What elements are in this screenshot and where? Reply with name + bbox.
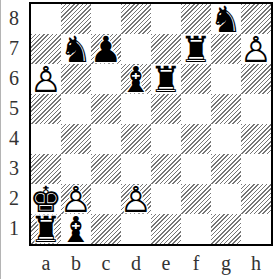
square-c7[interactable]: ♟♟ [91,34,121,64]
square-h3[interactable] [241,154,271,184]
square-g4[interactable] [211,124,241,154]
square-e3[interactable] [151,154,181,184]
square-f7[interactable]: ♜♜ [181,34,211,64]
chess-piece-black-pawn[interactable]: ♟♟ [91,34,121,64]
square-h1[interactable] [241,214,271,244]
chess-piece-black-bishop[interactable]: ♝♝ [61,214,91,244]
square-h2[interactable] [241,184,271,214]
black-rook-icon: ♜ [181,35,211,65]
square-f5[interactable] [181,94,211,124]
square-b7[interactable]: ♞♞ [61,34,91,64]
square-e6[interactable]: ♜♜ [151,64,181,94]
square-e2[interactable] [151,184,181,214]
black-bishop-icon: ♝ [61,215,91,245]
square-d2[interactable]: ♟♙ [121,184,151,214]
square-g2[interactable] [211,184,241,214]
white-pawn-icon: ♙ [31,65,61,95]
rank-label-4: 4 [0,124,28,154]
rank-label-2: 2 [0,184,28,214]
chess-piece-black-knight[interactable]: ♞♞ [61,34,91,64]
chess-board: ♞♞♞♞♟♟♜♜♟♙♟♙♝♝♜♜♚♚♟♙♟♙♜♜♝♝ [29,2,273,246]
board-grid: ♞♞♞♞♟♟♜♜♟♙♟♙♝♝♜♜♚♚♟♙♟♙♜♜♝♝ [31,4,271,244]
chess-piece-black-knight[interactable]: ♞♞ [211,4,241,34]
black-rook-icon: ♜ [31,215,61,245]
chess-diagram: 87654321 ♞♞♞♞♟♟♜♜♟♙♟♙♝♝♜♜♚♚♟♙♟♙♜♜♝♝ abcd… [0,0,279,279]
chess-piece-black-bishop[interactable]: ♝♝ [121,64,151,94]
square-a8[interactable] [31,4,61,34]
square-h7[interactable]: ♟♙ [241,34,271,64]
file-label-f: f [181,248,211,278]
file-label-b: b [61,248,91,278]
black-rook-icon: ♜ [151,65,181,95]
square-b5[interactable] [61,94,91,124]
square-e1[interactable] [151,214,181,244]
chess-piece-black-rook[interactable]: ♜♜ [31,214,61,244]
black-knight-icon: ♞ [61,35,91,65]
square-c2[interactable] [91,184,121,214]
black-knight-icon: ♞ [211,5,241,35]
chess-piece-black-rook[interactable]: ♜♜ [151,64,181,94]
square-a6[interactable]: ♟♙ [31,64,61,94]
square-c3[interactable] [91,154,121,184]
chess-piece-black-rook[interactable]: ♜♜ [181,34,211,64]
square-h4[interactable] [241,124,271,154]
square-h5[interactable] [241,94,271,124]
file-label-h: h [241,248,271,278]
square-d4[interactable] [121,124,151,154]
rank-labels: 87654321 [0,4,28,244]
square-d8[interactable] [121,4,151,34]
white-pawn-icon: ♙ [241,35,271,65]
black-bishop-icon: ♝ [121,65,151,95]
chess-piece-white-pawn[interactable]: ♟♙ [241,34,271,64]
rank-label-1: 1 [0,214,28,244]
square-f3[interactable] [181,154,211,184]
square-g1[interactable] [211,214,241,244]
square-f1[interactable] [181,214,211,244]
rank-label-5: 5 [0,94,28,124]
square-e4[interactable] [151,124,181,154]
file-label-c: c [91,248,121,278]
file-label-e: e [151,248,181,278]
file-label-a: a [31,248,61,278]
square-b4[interactable] [61,124,91,154]
square-f4[interactable] [181,124,211,154]
square-g8[interactable]: ♞♞ [211,4,241,34]
square-c4[interactable] [91,124,121,154]
rank-label-6: 6 [0,64,28,94]
rank-label-8: 8 [0,4,28,34]
file-label-g: g [211,248,241,278]
black-pawn-icon: ♟ [91,35,121,65]
square-g3[interactable] [211,154,241,184]
square-g5[interactable] [211,94,241,124]
chess-piece-white-pawn[interactable]: ♟♙ [121,184,151,214]
square-a4[interactable] [31,124,61,154]
chess-piece-white-pawn[interactable]: ♟♙ [31,64,61,94]
rank-label-7: 7 [0,34,28,64]
square-e8[interactable] [151,4,181,34]
file-label-d: d [121,248,151,278]
square-c5[interactable] [91,94,121,124]
file-labels: abcdefgh [31,248,271,278]
rank-label-3: 3 [0,154,28,184]
square-d6[interactable]: ♝♝ [121,64,151,94]
square-g6[interactable] [211,64,241,94]
square-c1[interactable] [91,214,121,244]
square-a1[interactable]: ♜♜ [31,214,61,244]
square-b1[interactable]: ♝♝ [61,214,91,244]
white-pawn-icon: ♙ [121,185,151,215]
square-f2[interactable] [181,184,211,214]
